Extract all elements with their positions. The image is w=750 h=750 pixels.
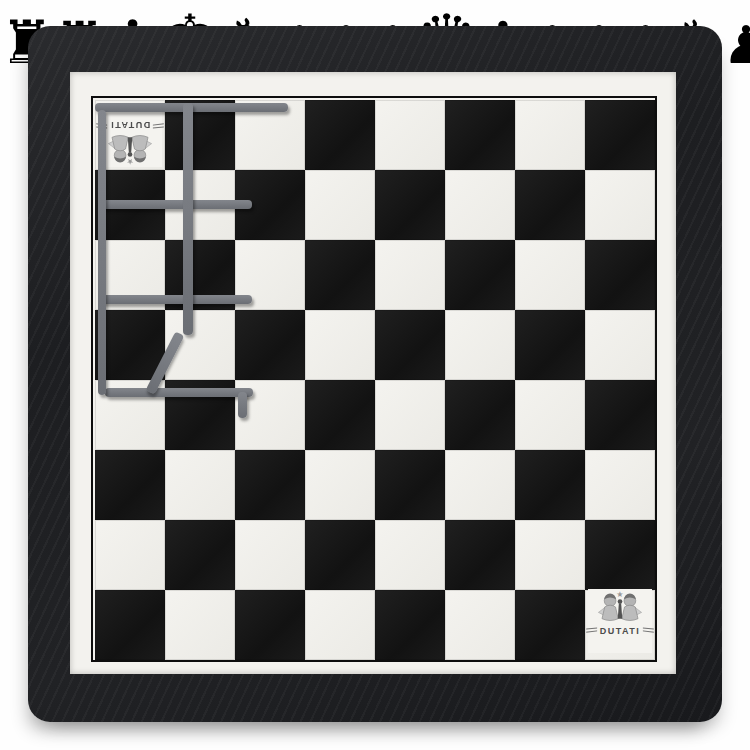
square-f1[interactable]	[445, 590, 515, 660]
black-sprue-runner	[105, 388, 253, 397]
white-sprue-runner	[652, 60, 662, 448]
svg-text:★: ★	[616, 589, 623, 599]
black-checker-sprue-link	[0, 295, 18, 303]
square-g6[interactable]	[515, 240, 585, 310]
wing-decoration-icon	[643, 628, 654, 635]
square-d6[interactable]	[305, 240, 375, 310]
black-sprue-runner	[238, 392, 247, 418]
black-checker-sprue-link	[0, 237, 17, 245]
wing-decoration-icon	[153, 121, 164, 128]
black-sprue-runner	[102, 295, 252, 304]
square-f2[interactable]	[445, 520, 515, 590]
black-checker-sprue-link	[0, 353, 18, 361]
brand-name: DUTATI	[600, 626, 641, 636]
square-b2[interactable]	[165, 520, 235, 590]
square-b3[interactable]	[165, 450, 235, 520]
square-e6[interactable]	[375, 240, 445, 310]
square-c1[interactable]	[235, 590, 305, 660]
square-g3[interactable]	[515, 450, 585, 520]
square-g5[interactable]	[515, 310, 585, 380]
square-d5[interactable]	[305, 310, 375, 380]
black-checker-sprue-link	[0, 635, 18, 643]
black-checker-sprue-link	[0, 577, 18, 585]
square-h2[interactable]	[585, 520, 655, 590]
square-a2[interactable]	[95, 520, 165, 590]
svg-text:★: ★	[126, 157, 133, 167]
square-e8[interactable]	[375, 100, 445, 170]
square-c2[interactable]	[235, 520, 305, 590]
black-sprue-runner	[100, 200, 252, 209]
square-h4[interactable]	[585, 380, 655, 450]
square-d8[interactable]	[305, 100, 375, 170]
square-d2[interactable]	[305, 520, 375, 590]
square-e4[interactable]	[375, 380, 445, 450]
square-a1[interactable]	[95, 590, 165, 660]
brand-wordmark: DUTATI	[584, 626, 657, 636]
square-d1[interactable]	[305, 590, 375, 660]
square-h3[interactable]	[585, 450, 655, 520]
black-sprue-runner	[183, 103, 193, 335]
brand-logo-figures: ★	[591, 589, 649, 625]
square-e7[interactable]	[375, 170, 445, 240]
square-c3[interactable]	[235, 450, 305, 520]
brand-logo-figures: ★	[101, 131, 159, 167]
black-pawn[interactable]: ♟	[723, 15, 750, 75]
black-checker-sprue-link	[0, 411, 20, 419]
square-d3[interactable]	[305, 450, 375, 520]
square-h6[interactable]	[585, 240, 655, 310]
white-sprue-runner	[497, 97, 657, 106]
brand-name: DUTATI	[110, 120, 151, 130]
black-checker-sprue-link	[0, 179, 15, 187]
square-e2[interactable]	[375, 520, 445, 590]
square-c5[interactable]	[235, 310, 305, 380]
brand-logo-bottom-right: ★ DUTATI	[588, 589, 652, 653]
square-d7[interactable]	[305, 170, 375, 240]
square-e5[interactable]	[375, 310, 445, 380]
brand-logo-top-left: ★ DUTATI	[98, 103, 162, 167]
square-b1[interactable]	[165, 590, 235, 660]
black-checker-sprue-link	[0, 519, 15, 527]
square-e3[interactable]	[375, 450, 445, 520]
wing-decoration-icon	[586, 628, 597, 635]
black-checker-sprue-link	[0, 693, 18, 701]
product-photo: ★ DUTATI ★	[0, 0, 750, 750]
square-d4[interactable]	[305, 380, 375, 450]
white-sprue-runner	[478, 64, 485, 406]
square-e1[interactable]	[375, 590, 445, 660]
square-f3[interactable]	[445, 450, 515, 520]
square-h8[interactable]	[585, 100, 655, 170]
square-g2[interactable]	[515, 520, 585, 590]
square-g4[interactable]	[515, 380, 585, 450]
square-h5[interactable]	[585, 310, 655, 380]
black-sprue-runner	[98, 110, 106, 395]
square-a3[interactable]	[95, 450, 165, 520]
square-g1[interactable]	[515, 590, 585, 660]
